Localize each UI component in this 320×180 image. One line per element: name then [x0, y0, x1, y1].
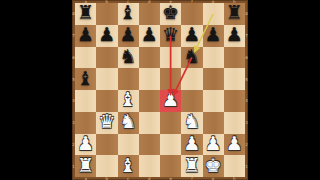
- square-c7[interactable]: ♟: [118, 25, 139, 47]
- square-d4[interactable]: [139, 90, 160, 112]
- square-c4[interactable]: ♝: [118, 90, 139, 112]
- rank-label-right-7: 7: [245, 34, 248, 37]
- file-label-bottom-h: h: [224, 177, 245, 180]
- black-rook-h8: ♜: [226, 3, 243, 22]
- white-pawn-g2: ♟: [205, 134, 222, 153]
- square-e3[interactable]: [160, 112, 181, 134]
- white-bishop-c1: ♝: [120, 156, 137, 175]
- square-h6[interactable]: [224, 47, 245, 69]
- square-f1[interactable]: ♜: [181, 155, 202, 177]
- square-g2[interactable]: ♟: [203, 134, 224, 156]
- square-b3[interactable]: ♛: [96, 112, 117, 134]
- square-f4[interactable]: [181, 90, 202, 112]
- file-label-bottom-d: d: [139, 177, 160, 180]
- square-h3[interactable]: [224, 112, 245, 134]
- screenshot: ♜♝♚♜♟♟♟♟♛♟♟♟♞♞♝♝♟♛♞♞♟♟♟♟♜♝♜♚ aabbccddeef…: [0, 0, 320, 180]
- chess-board: ♜♝♚♜♟♟♟♟♛♟♟♟♞♞♝♝♟♛♞♞♟♟♟♟♜♝♜♚ aabbccddeef…: [72, 0, 248, 180]
- square-b7[interactable]: ♟: [96, 25, 117, 47]
- white-king-g1: ♚: [205, 156, 222, 175]
- square-h5[interactable]: [224, 68, 245, 90]
- square-f5[interactable]: [181, 68, 202, 90]
- square-a4[interactable]: [75, 90, 96, 112]
- white-pawn-a2: ♟: [77, 134, 94, 153]
- white-pawn-f2: ♟: [183, 134, 200, 153]
- square-g4[interactable]: [203, 90, 224, 112]
- square-h4[interactable]: [224, 90, 245, 112]
- square-b5[interactable]: [96, 68, 117, 90]
- square-a3[interactable]: [75, 112, 96, 134]
- square-d1[interactable]: [139, 155, 160, 177]
- white-pawn-h2: ♟: [226, 134, 243, 153]
- square-g7[interactable]: ♟: [203, 25, 224, 47]
- square-d5[interactable]: [139, 68, 160, 90]
- square-c5[interactable]: [118, 68, 139, 90]
- white-rook-f1: ♜: [183, 156, 200, 175]
- file-label-bottom-a: a: [75, 177, 96, 180]
- square-a7[interactable]: ♟: [75, 25, 96, 47]
- square-b6[interactable]: [96, 47, 117, 69]
- square-b8[interactable]: [96, 3, 117, 25]
- square-f2[interactable]: ♟: [181, 134, 202, 156]
- square-c3[interactable]: ♞: [118, 112, 139, 134]
- square-g3[interactable]: [203, 112, 224, 134]
- square-h7[interactable]: ♟: [224, 25, 245, 47]
- rank-label-right-8: 8: [245, 12, 248, 15]
- square-g8[interactable]: [203, 3, 224, 25]
- square-e6[interactable]: [160, 47, 181, 69]
- black-rook-a8: ♜: [77, 3, 94, 22]
- black-knight-c6: ♞: [120, 47, 137, 66]
- black-queen-e7: ♛: [162, 25, 179, 44]
- square-e5[interactable]: [160, 68, 181, 90]
- square-d3[interactable]: [139, 112, 160, 134]
- square-h8[interactable]: ♜: [224, 3, 245, 25]
- square-d6[interactable]: [139, 47, 160, 69]
- square-d8[interactable]: [139, 3, 160, 25]
- square-a1[interactable]: ♜: [75, 155, 96, 177]
- right-letterbox-bar: [248, 0, 320, 180]
- rank-label-right-2: 2: [245, 143, 248, 146]
- black-pawn-c7: ♟: [120, 25, 137, 44]
- black-pawn-a7: ♟: [77, 25, 94, 44]
- rank-label-right-4: 4: [245, 99, 248, 102]
- square-a6[interactable]: [75, 47, 96, 69]
- square-e7[interactable]: ♛: [160, 25, 181, 47]
- square-e4[interactable]: ♟: [160, 90, 181, 112]
- square-g5[interactable]: [203, 68, 224, 90]
- rank-label-right-3: 3: [245, 121, 248, 124]
- file-label-bottom-f: f: [181, 177, 202, 180]
- square-b2[interactable]: [96, 134, 117, 156]
- square-g1[interactable]: ♚: [203, 155, 224, 177]
- square-a2[interactable]: ♟: [75, 134, 96, 156]
- square-f6[interactable]: ♞: [181, 47, 202, 69]
- white-rook-a1: ♜: [77, 156, 94, 175]
- square-e1[interactable]: [160, 155, 181, 177]
- square-e8[interactable]: ♚: [160, 3, 181, 25]
- black-bishop-a5: ♝: [77, 69, 94, 88]
- file-label-bottom-e: e: [160, 177, 181, 180]
- white-bishop-c4: ♝: [120, 90, 137, 109]
- board-grid: ♜♝♚♜♟♟♟♟♛♟♟♟♞♞♝♝♟♛♞♞♟♟♟♟♜♝♜♚: [75, 3, 245, 177]
- white-queen-b3: ♛: [98, 112, 115, 131]
- black-pawn-f7: ♟: [183, 25, 200, 44]
- square-f8[interactable]: [181, 3, 202, 25]
- white-knight-f3: ♞: [183, 112, 200, 131]
- white-pawn-e4: ♟: [162, 90, 179, 109]
- square-h1[interactable]: [224, 155, 245, 177]
- square-d2[interactable]: [139, 134, 160, 156]
- black-pawn-d7: ♟: [141, 25, 158, 44]
- square-e2[interactable]: [160, 134, 181, 156]
- black-bishop-c8: ♝: [120, 3, 137, 22]
- square-h2[interactable]: ♟: [224, 134, 245, 156]
- square-f7[interactable]: ♟: [181, 25, 202, 47]
- square-b4[interactable]: [96, 90, 117, 112]
- black-pawn-h7: ♟: [226, 25, 243, 44]
- square-c1[interactable]: ♝: [118, 155, 139, 177]
- square-c2[interactable]: [118, 134, 139, 156]
- square-g6[interactable]: [203, 47, 224, 69]
- file-label-bottom-b: b: [96, 177, 117, 180]
- file-label-bottom-g: g: [203, 177, 224, 180]
- black-pawn-b7: ♟: [98, 25, 115, 44]
- square-d7[interactable]: ♟: [139, 25, 160, 47]
- black-knight-f6: ♞: [183, 47, 200, 66]
- black-pawn-g7: ♟: [205, 25, 222, 44]
- black-king-e8: ♚: [162, 3, 179, 22]
- white-knight-c3: ♞: [120, 112, 137, 131]
- rank-label-right-1: 1: [245, 165, 248, 168]
- square-c6[interactable]: ♞: [118, 47, 139, 69]
- square-b1[interactable]: [96, 155, 117, 177]
- square-c8[interactable]: ♝: [118, 3, 139, 25]
- left-letterbox-bar: [0, 0, 72, 180]
- square-a8[interactable]: ♜: [75, 3, 96, 25]
- square-f3[interactable]: ♞: [181, 112, 202, 134]
- rank-label-right-5: 5: [245, 78, 248, 81]
- rank-label-right-6: 6: [245, 56, 248, 59]
- square-a5[interactable]: ♝: [75, 68, 96, 90]
- file-label-bottom-c: c: [118, 177, 139, 180]
